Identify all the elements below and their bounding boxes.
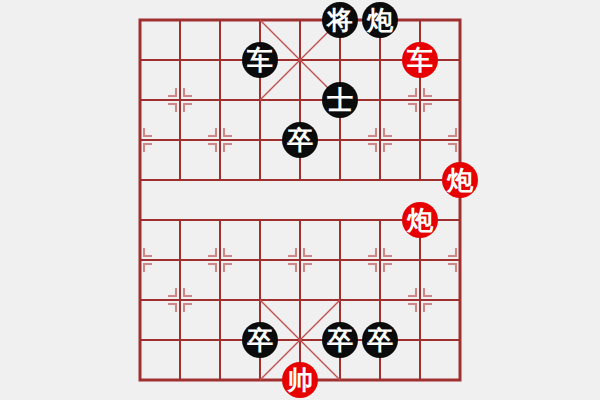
board-cell: 卒: [360, 320, 400, 360]
black-pawn[interactable]: 卒: [362, 322, 398, 358]
board-cell: 炮: [400, 200, 440, 240]
black-pawn[interactable]: 卒: [322, 322, 358, 358]
xiangqi-board[interactable]: 将炮车车士卒炮炮卒卒卒帅: [120, 0, 480, 400]
board-cell: 帅: [280, 360, 320, 400]
black-chariot[interactable]: 车: [242, 42, 278, 78]
red-chariot[interactable]: 车: [402, 42, 438, 78]
board-cell: 卒: [320, 320, 360, 360]
xiangqi-diagram: 将炮车车士卒炮炮卒卒卒帅: [0, 0, 600, 400]
board-cell: 车: [240, 40, 280, 80]
black-advisor[interactable]: 士: [322, 82, 358, 118]
board-cell: 卒: [280, 120, 320, 160]
red-general[interactable]: 帅: [282, 362, 318, 398]
red-cannon[interactable]: 炮: [402, 202, 438, 238]
board-cell: 士: [320, 80, 360, 120]
board-cell: 炮: [440, 160, 480, 200]
black-general[interactable]: 将: [322, 2, 358, 38]
black-cannon[interactable]: 炮: [362, 2, 398, 38]
red-cannon[interactable]: 炮: [442, 162, 478, 198]
board-cell: 炮: [360, 0, 400, 40]
black-pawn[interactable]: 卒: [282, 122, 318, 158]
board-cell: 车: [400, 40, 440, 80]
black-pawn[interactable]: 卒: [242, 322, 278, 358]
board-cell: 将: [320, 0, 360, 40]
board-cell: 卒: [240, 320, 280, 360]
